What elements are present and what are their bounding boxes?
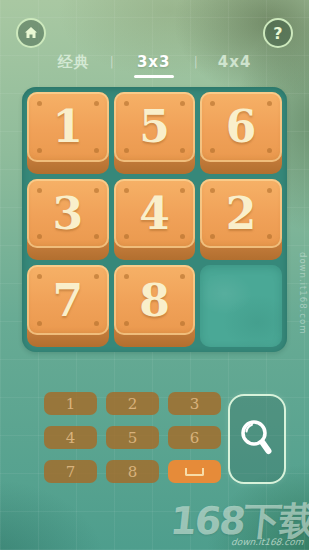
key-5[interactable]: 5 xyxy=(106,426,159,449)
tile-face: 1 xyxy=(27,92,109,162)
tile-7[interactable]: 7 xyxy=(27,265,109,347)
tab-bar: 经典 | 3x3 | 4x4 xyxy=(0,53,309,78)
screw-icon xyxy=(267,234,272,239)
tile-number: 2 xyxy=(226,188,257,239)
tile-8[interactable]: 8 xyxy=(114,265,196,347)
key-7[interactable]: 7 xyxy=(44,460,97,483)
key-3[interactable]: 3 xyxy=(168,392,221,415)
key-space[interactable] xyxy=(168,460,221,483)
tile-6[interactable]: 6 xyxy=(200,92,282,174)
tile-face: 3 xyxy=(27,179,109,249)
tile-face: 8 xyxy=(114,265,196,335)
screw-icon xyxy=(94,148,99,153)
empty-cell xyxy=(200,265,282,347)
screw-icon xyxy=(267,188,272,193)
tile-2[interactable]: 2 xyxy=(200,179,282,261)
screw-icon xyxy=(180,188,185,193)
search-button[interactable] xyxy=(228,394,286,484)
tile-face: 7 xyxy=(27,265,109,335)
screw-icon xyxy=(180,148,185,153)
screw-icon xyxy=(124,274,129,279)
tab-4x4-label: 4x4 xyxy=(218,53,252,71)
puzzle-board: 15634278 xyxy=(22,87,287,352)
magnifier-icon xyxy=(238,417,276,461)
tile-number: 6 xyxy=(226,101,257,152)
screw-icon xyxy=(210,101,215,106)
screw-icon xyxy=(180,274,185,279)
screw-icon xyxy=(94,188,99,193)
app-screen: ? 经典 | 3x3 | 4x4 15634278 12345678 down.… xyxy=(0,0,309,550)
screw-icon xyxy=(37,274,42,279)
logo-url: down.it168.com xyxy=(167,537,309,547)
key-8[interactable]: 8 xyxy=(106,460,159,483)
screw-icon xyxy=(124,234,129,239)
tab-3x3[interactable]: 3x3 xyxy=(134,53,174,78)
space-icon xyxy=(185,468,204,476)
tile-face: 2 xyxy=(200,179,282,249)
screw-icon xyxy=(37,188,42,193)
screw-icon xyxy=(180,101,185,106)
tab-3x3-label: 3x3 xyxy=(137,53,171,71)
screw-icon xyxy=(37,321,42,326)
screw-icon xyxy=(267,148,272,153)
screw-icon xyxy=(124,188,129,193)
tab-underline xyxy=(134,75,174,78)
question-mark-icon: ? xyxy=(273,24,282,43)
help-button[interactable]: ? xyxy=(263,18,293,48)
screw-icon xyxy=(210,188,215,193)
tile-number: 5 xyxy=(139,101,170,152)
tile-number: 1 xyxy=(53,101,84,152)
tab-classic[interactable]: 经典 xyxy=(58,53,90,72)
key-1[interactable]: 1 xyxy=(44,392,97,415)
screw-icon xyxy=(180,234,185,239)
tile-number: 8 xyxy=(139,275,170,326)
tile-face: 6 xyxy=(200,92,282,162)
side-watermark: down.it168.com xyxy=(298,252,308,334)
home-button[interactable] xyxy=(16,18,46,48)
logo-text: 168下载 xyxy=(168,502,309,540)
screw-icon xyxy=(94,101,99,106)
tab-4x4[interactable]: 4x4 xyxy=(218,53,252,71)
home-icon xyxy=(23,25,39,41)
screw-icon xyxy=(94,274,99,279)
screw-icon xyxy=(210,148,215,153)
tab-classic-label: 经典 xyxy=(58,53,90,72)
key-6[interactable]: 6 xyxy=(168,426,221,449)
screw-icon xyxy=(210,234,215,239)
key-4[interactable]: 4 xyxy=(44,426,97,449)
tile-face: 5 xyxy=(114,92,196,162)
tile-number: 7 xyxy=(53,275,84,326)
screw-icon xyxy=(124,321,129,326)
tile-4[interactable]: 4 xyxy=(114,179,196,261)
tab-separator: | xyxy=(194,53,198,69)
tile-number: 3 xyxy=(53,188,84,239)
tab-separator: | xyxy=(110,53,114,69)
screw-icon xyxy=(37,101,42,106)
screw-icon xyxy=(180,321,185,326)
screw-icon xyxy=(94,321,99,326)
logo-watermark: 168下载 down.it168.com xyxy=(167,502,309,547)
screw-icon xyxy=(94,234,99,239)
tile-1[interactable]: 1 xyxy=(27,92,109,174)
screw-icon xyxy=(124,101,129,106)
tile-face: 4 xyxy=(114,179,196,249)
screw-icon xyxy=(267,101,272,106)
key-2[interactable]: 2 xyxy=(106,392,159,415)
screw-icon xyxy=(37,234,42,239)
tile-5[interactable]: 5 xyxy=(114,92,196,174)
tile-number: 4 xyxy=(139,188,170,239)
screw-icon xyxy=(124,148,129,153)
screw-icon xyxy=(37,148,42,153)
keypad: 12345678 xyxy=(44,392,221,483)
tile-3[interactable]: 3 xyxy=(27,179,109,261)
